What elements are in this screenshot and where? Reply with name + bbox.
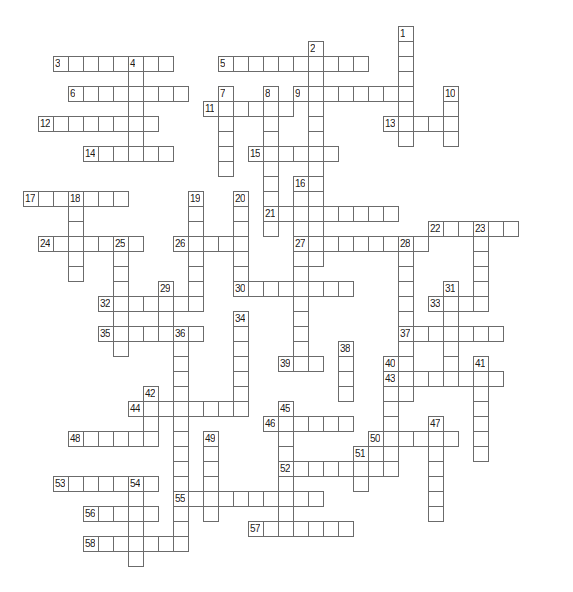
grid-cell[interactable] bbox=[398, 86, 414, 102]
grid-cell[interactable] bbox=[83, 431, 99, 447]
grid-cell[interactable] bbox=[308, 191, 324, 207]
grid-cell[interactable] bbox=[278, 206, 294, 222]
grid-cell[interactable] bbox=[128, 431, 144, 447]
grid-cell[interactable] bbox=[308, 71, 324, 87]
grid-cell[interactable] bbox=[128, 131, 144, 147]
grid-cell[interactable] bbox=[143, 536, 159, 552]
grid-cell[interactable] bbox=[308, 491, 324, 507]
grid-cell[interactable] bbox=[83, 191, 99, 207]
grid-cell[interactable] bbox=[398, 41, 414, 57]
grid-cell[interactable] bbox=[458, 296, 474, 312]
grid-cell[interactable] bbox=[113, 341, 129, 357]
grid-cell[interactable] bbox=[443, 341, 459, 357]
grid-cell[interactable] bbox=[218, 161, 234, 177]
grid-cell[interactable] bbox=[368, 461, 384, 477]
grid-cell[interactable] bbox=[473, 401, 489, 417]
grid-cell[interactable] bbox=[233, 386, 249, 402]
grid-cell[interactable] bbox=[308, 56, 324, 72]
grid-cell[interactable] bbox=[278, 416, 294, 432]
grid-cell[interactable] bbox=[113, 251, 129, 267]
grid-cell[interactable] bbox=[338, 416, 354, 432]
grid-cell[interactable] bbox=[113, 86, 129, 102]
grid-cell[interactable] bbox=[428, 116, 444, 132]
grid-cell[interactable] bbox=[113, 311, 129, 327]
grid-cell[interactable] bbox=[128, 71, 144, 87]
grid-cell[interactable] bbox=[173, 356, 189, 372]
grid-cell[interactable] bbox=[233, 206, 249, 222]
grid-cell[interactable] bbox=[173, 86, 189, 102]
grid-cell[interactable] bbox=[158, 56, 174, 72]
grid-cell[interactable] bbox=[143, 56, 159, 72]
grid-cell[interactable] bbox=[128, 536, 144, 552]
grid-cell[interactable] bbox=[368, 446, 384, 462]
grid-cell[interactable] bbox=[308, 206, 324, 222]
grid-cell[interactable] bbox=[233, 56, 249, 72]
grid-cell[interactable] bbox=[293, 416, 309, 432]
grid-cell[interactable] bbox=[443, 356, 459, 372]
grid-cell[interactable] bbox=[98, 506, 114, 522]
grid-cell[interactable] bbox=[143, 146, 159, 162]
grid-cell[interactable] bbox=[218, 146, 234, 162]
grid-cell[interactable] bbox=[308, 416, 324, 432]
grid-cell[interactable] bbox=[473, 281, 489, 297]
grid-cell[interactable] bbox=[308, 86, 324, 102]
grid-cell[interactable] bbox=[338, 281, 354, 297]
grid-cell[interactable] bbox=[188, 206, 204, 222]
grid-cell[interactable] bbox=[398, 266, 414, 282]
grid-cell[interactable] bbox=[203, 506, 219, 522]
grid-cell[interactable] bbox=[203, 401, 219, 417]
grid-cell[interactable] bbox=[413, 431, 429, 447]
grid-cell[interactable] bbox=[398, 281, 414, 297]
grid-cell[interactable] bbox=[83, 476, 99, 492]
grid-cell[interactable] bbox=[98, 431, 114, 447]
grid-cell[interactable] bbox=[248, 281, 264, 297]
grid-cell[interactable] bbox=[143, 116, 159, 132]
grid-cell[interactable] bbox=[233, 236, 249, 252]
grid-cell[interactable] bbox=[293, 251, 309, 267]
grid-cell[interactable] bbox=[173, 431, 189, 447]
grid-cell[interactable] bbox=[233, 326, 249, 342]
grid-cell[interactable] bbox=[293, 206, 309, 222]
grid-cell[interactable] bbox=[338, 386, 354, 402]
grid-cell[interactable] bbox=[68, 116, 84, 132]
grid-cell[interactable] bbox=[428, 326, 444, 342]
grid-cell[interactable] bbox=[473, 416, 489, 432]
grid-cell[interactable] bbox=[128, 296, 144, 312]
grid-cell[interactable] bbox=[38, 191, 54, 207]
grid-cell[interactable] bbox=[68, 476, 84, 492]
grid-cell[interactable] bbox=[323, 206, 339, 222]
grid-cell[interactable] bbox=[143, 296, 159, 312]
grid-cell[interactable] bbox=[113, 281, 129, 297]
grid-cell[interactable] bbox=[188, 266, 204, 282]
grid-cell[interactable] bbox=[203, 491, 219, 507]
grid-cell[interactable] bbox=[128, 506, 144, 522]
grid-cell[interactable] bbox=[293, 521, 309, 537]
grid-cell[interactable] bbox=[338, 356, 354, 372]
grid-cell[interactable] bbox=[428, 431, 444, 447]
grid-cell[interactable] bbox=[353, 476, 369, 492]
grid-cell[interactable] bbox=[473, 371, 489, 387]
grid-cell[interactable] bbox=[413, 326, 429, 342]
grid-cell[interactable] bbox=[503, 221, 519, 237]
grid-cell[interactable] bbox=[338, 86, 354, 102]
grid-cell[interactable] bbox=[398, 296, 414, 312]
grid-cell[interactable] bbox=[68, 221, 84, 237]
grid-cell[interactable] bbox=[338, 236, 354, 252]
grid-cell[interactable] bbox=[338, 521, 354, 537]
grid-cell[interactable] bbox=[188, 326, 204, 342]
grid-cell[interactable] bbox=[128, 101, 144, 117]
grid-cell[interactable] bbox=[173, 341, 189, 357]
grid-cell[interactable] bbox=[263, 101, 279, 117]
grid-cell[interactable] bbox=[308, 236, 324, 252]
grid-cell[interactable] bbox=[113, 296, 129, 312]
grid-cell[interactable] bbox=[473, 296, 489, 312]
grid-cell[interactable] bbox=[173, 446, 189, 462]
grid-cell[interactable] bbox=[233, 371, 249, 387]
grid-cell[interactable] bbox=[473, 326, 489, 342]
grid-cell[interactable] bbox=[323, 416, 339, 432]
grid-cell[interactable] bbox=[263, 146, 279, 162]
grid-cell[interactable] bbox=[473, 251, 489, 267]
grid-cell[interactable] bbox=[338, 206, 354, 222]
grid-cell[interactable] bbox=[98, 86, 114, 102]
grid-cell[interactable] bbox=[353, 236, 369, 252]
grid-cell[interactable] bbox=[443, 311, 459, 327]
grid-cell[interactable] bbox=[398, 341, 414, 357]
grid-cell[interactable] bbox=[218, 491, 234, 507]
grid-cell[interactable] bbox=[188, 236, 204, 252]
grid-cell[interactable] bbox=[323, 281, 339, 297]
grid-cell[interactable] bbox=[398, 116, 414, 132]
grid-cell[interactable] bbox=[473, 431, 489, 447]
grid-cell[interactable] bbox=[143, 476, 159, 492]
grid-cell[interactable] bbox=[473, 386, 489, 402]
grid-cell[interactable] bbox=[443, 326, 459, 342]
grid-cell[interactable] bbox=[308, 521, 324, 537]
grid-cell[interactable] bbox=[443, 371, 459, 387]
grid-cell[interactable] bbox=[53, 116, 69, 132]
grid-cell[interactable] bbox=[98, 56, 114, 72]
grid-cell[interactable] bbox=[428, 506, 444, 522]
grid-cell[interactable] bbox=[323, 521, 339, 537]
grid-cell[interactable] bbox=[308, 461, 324, 477]
grid-cell[interactable] bbox=[68, 266, 84, 282]
grid-cell[interactable] bbox=[323, 146, 339, 162]
grid-cell[interactable] bbox=[233, 101, 249, 117]
grid-cell[interactable] bbox=[398, 356, 414, 372]
grid-cell[interactable] bbox=[308, 146, 324, 162]
grid-cell[interactable] bbox=[398, 251, 414, 267]
grid-cell[interactable] bbox=[293, 326, 309, 342]
grid-cell[interactable] bbox=[188, 401, 204, 417]
grid-cell[interactable] bbox=[128, 491, 144, 507]
grid-cell[interactable] bbox=[113, 266, 129, 282]
grid-cell[interactable] bbox=[263, 191, 279, 207]
grid-cell[interactable] bbox=[383, 461, 399, 477]
grid-cell[interactable] bbox=[128, 236, 144, 252]
grid-cell[interactable] bbox=[353, 206, 369, 222]
grid-cell[interactable] bbox=[263, 491, 279, 507]
grid-cell[interactable] bbox=[278, 446, 294, 462]
grid-cell[interactable] bbox=[323, 236, 339, 252]
grid-cell[interactable] bbox=[308, 281, 324, 297]
grid-cell[interactable] bbox=[368, 86, 384, 102]
grid-cell[interactable] bbox=[218, 236, 234, 252]
grid-cell[interactable] bbox=[398, 371, 414, 387]
grid-cell[interactable] bbox=[143, 431, 159, 447]
grid-cell[interactable] bbox=[323, 86, 339, 102]
grid-cell[interactable] bbox=[173, 371, 189, 387]
grid-cell[interactable] bbox=[263, 176, 279, 192]
grid-cell[interactable] bbox=[203, 236, 219, 252]
grid-cell[interactable] bbox=[113, 116, 129, 132]
grid-cell[interactable] bbox=[278, 491, 294, 507]
grid-cell[interactable] bbox=[173, 506, 189, 522]
grid-cell[interactable] bbox=[143, 326, 159, 342]
grid-cell[interactable] bbox=[383, 236, 399, 252]
grid-cell[interactable] bbox=[158, 146, 174, 162]
grid-cell[interactable] bbox=[488, 221, 504, 237]
grid-cell[interactable] bbox=[383, 86, 399, 102]
grid-cell[interactable] bbox=[278, 506, 294, 522]
grid-cell[interactable] bbox=[278, 56, 294, 72]
grid-cell[interactable] bbox=[428, 491, 444, 507]
grid-cell[interactable] bbox=[338, 371, 354, 387]
grid-cell[interactable] bbox=[143, 86, 159, 102]
grid-cell[interactable] bbox=[203, 461, 219, 477]
grid-cell[interactable] bbox=[398, 311, 414, 327]
grid-cell[interactable] bbox=[428, 446, 444, 462]
grid-cell[interactable] bbox=[398, 431, 414, 447]
grid-cell[interactable] bbox=[473, 266, 489, 282]
grid-cell[interactable] bbox=[173, 416, 189, 432]
grid-cell[interactable] bbox=[113, 146, 129, 162]
grid-cell[interactable] bbox=[188, 491, 204, 507]
grid-cell[interactable] bbox=[83, 236, 99, 252]
grid-cell[interactable] bbox=[428, 461, 444, 477]
grid-cell[interactable] bbox=[158, 296, 174, 312]
grid-cell[interactable] bbox=[308, 356, 324, 372]
grid-cell[interactable] bbox=[413, 371, 429, 387]
grid-cell[interactable] bbox=[113, 506, 129, 522]
grid-cell[interactable] bbox=[323, 56, 339, 72]
grid-cell[interactable] bbox=[353, 56, 369, 72]
grid-cell[interactable] bbox=[278, 101, 294, 117]
grid-cell[interactable] bbox=[338, 56, 354, 72]
grid-cell[interactable] bbox=[248, 491, 264, 507]
grid-cell[interactable] bbox=[83, 116, 99, 132]
grid-cell[interactable] bbox=[98, 146, 114, 162]
grid-cell[interactable] bbox=[143, 416, 159, 432]
grid-cell[interactable] bbox=[293, 146, 309, 162]
grid-cell[interactable] bbox=[113, 56, 129, 72]
grid-cell[interactable] bbox=[128, 326, 144, 342]
grid-cell[interactable] bbox=[473, 236, 489, 252]
grid-cell[interactable] bbox=[203, 446, 219, 462]
grid-cell[interactable] bbox=[98, 536, 114, 552]
grid-cell[interactable] bbox=[158, 86, 174, 102]
grid-cell[interactable] bbox=[203, 476, 219, 492]
grid-cell[interactable] bbox=[398, 71, 414, 87]
grid-cell[interactable] bbox=[308, 176, 324, 192]
grid-cell[interactable] bbox=[368, 236, 384, 252]
grid-cell[interactable] bbox=[383, 416, 399, 432]
grid-cell[interactable] bbox=[428, 371, 444, 387]
grid-cell[interactable] bbox=[98, 476, 114, 492]
grid-cell[interactable] bbox=[323, 461, 339, 477]
grid-cell[interactable] bbox=[293, 311, 309, 327]
grid-cell[interactable] bbox=[293, 266, 309, 282]
grid-cell[interactable] bbox=[83, 56, 99, 72]
grid-cell[interactable] bbox=[308, 101, 324, 117]
grid-cell[interactable] bbox=[263, 131, 279, 147]
grid-cell[interactable] bbox=[173, 401, 189, 417]
grid-cell[interactable] bbox=[293, 491, 309, 507]
grid-cell[interactable] bbox=[173, 536, 189, 552]
grid-cell[interactable] bbox=[173, 296, 189, 312]
grid-cell[interactable] bbox=[413, 116, 429, 132]
grid-cell[interactable] bbox=[248, 56, 264, 72]
grid-cell[interactable] bbox=[218, 101, 234, 117]
grid-cell[interactable] bbox=[98, 116, 114, 132]
grid-cell[interactable] bbox=[278, 281, 294, 297]
grid-cell[interactable] bbox=[278, 146, 294, 162]
grid-cell[interactable] bbox=[263, 161, 279, 177]
grid-cell[interactable] bbox=[233, 401, 249, 417]
grid-cell[interactable] bbox=[293, 221, 309, 237]
grid-cell[interactable] bbox=[383, 386, 399, 402]
grid-cell[interactable] bbox=[488, 371, 504, 387]
grid-cell[interactable] bbox=[368, 206, 384, 222]
grid-cell[interactable] bbox=[158, 536, 174, 552]
grid-cell[interactable] bbox=[428, 476, 444, 492]
grid-cell[interactable] bbox=[263, 56, 279, 72]
grid-cell[interactable] bbox=[173, 461, 189, 477]
grid-cell[interactable] bbox=[143, 401, 159, 417]
grid-cell[interactable] bbox=[68, 236, 84, 252]
grid-cell[interactable] bbox=[263, 221, 279, 237]
grid-cell[interactable] bbox=[113, 476, 129, 492]
grid-cell[interactable] bbox=[233, 251, 249, 267]
grid-cell[interactable] bbox=[248, 101, 264, 117]
grid-cell[interactable] bbox=[128, 116, 144, 132]
grid-cell[interactable] bbox=[293, 281, 309, 297]
grid-cell[interactable] bbox=[293, 191, 309, 207]
grid-cell[interactable] bbox=[188, 281, 204, 297]
grid-cell[interactable] bbox=[398, 131, 414, 147]
grid-cell[interactable] bbox=[443, 221, 459, 237]
grid-cell[interactable] bbox=[308, 161, 324, 177]
grid-cell[interactable] bbox=[353, 86, 369, 102]
grid-cell[interactable] bbox=[158, 326, 174, 342]
grid-cell[interactable] bbox=[83, 86, 99, 102]
grid-cell[interactable] bbox=[98, 191, 114, 207]
grid-cell[interactable] bbox=[173, 476, 189, 492]
grid-cell[interactable] bbox=[263, 281, 279, 297]
grid-cell[interactable] bbox=[173, 386, 189, 402]
grid-cell[interactable] bbox=[158, 311, 174, 327]
grid-cell[interactable] bbox=[398, 386, 414, 402]
grid-cell[interactable] bbox=[263, 116, 279, 132]
grid-cell[interactable] bbox=[188, 251, 204, 267]
grid-cell[interactable] bbox=[98, 236, 114, 252]
grid-cell[interactable] bbox=[128, 86, 144, 102]
grid-cell[interactable] bbox=[278, 431, 294, 447]
grid-cell[interactable] bbox=[308, 251, 324, 267]
grid-cell[interactable] bbox=[293, 56, 309, 72]
grid-cell[interactable] bbox=[293, 461, 309, 477]
grid-cell[interactable] bbox=[398, 101, 414, 117]
grid-cell[interactable] bbox=[113, 326, 129, 342]
grid-cell[interactable] bbox=[53, 191, 69, 207]
grid-cell[interactable] bbox=[233, 266, 249, 282]
grid-cell[interactable] bbox=[308, 131, 324, 147]
grid-cell[interactable] bbox=[383, 401, 399, 417]
grid-cell[interactable] bbox=[68, 56, 84, 72]
grid-cell[interactable] bbox=[233, 356, 249, 372]
grid-cell[interactable] bbox=[113, 191, 129, 207]
grid-cell[interactable] bbox=[308, 116, 324, 132]
grid-cell[interactable] bbox=[308, 221, 324, 237]
grid-cell[interactable] bbox=[128, 146, 144, 162]
grid-cell[interactable] bbox=[458, 221, 474, 237]
grid-cell[interactable] bbox=[233, 341, 249, 357]
grid-cell[interactable] bbox=[218, 116, 234, 132]
grid-cell[interactable] bbox=[353, 461, 369, 477]
grid-cell[interactable] bbox=[443, 296, 459, 312]
grid-cell[interactable] bbox=[293, 341, 309, 357]
grid-cell[interactable] bbox=[173, 521, 189, 537]
grid-cell[interactable] bbox=[128, 521, 144, 537]
grid-cell[interactable] bbox=[218, 401, 234, 417]
grid-cell[interactable] bbox=[443, 116, 459, 132]
grid-cell[interactable] bbox=[443, 131, 459, 147]
grid-cell[interactable] bbox=[128, 551, 144, 567]
grid-cell[interactable] bbox=[233, 491, 249, 507]
grid-cell[interactable] bbox=[263, 521, 279, 537]
grid-cell[interactable] bbox=[443, 431, 459, 447]
grid-cell[interactable] bbox=[383, 206, 399, 222]
grid-cell[interactable] bbox=[473, 446, 489, 462]
grid-cell[interactable] bbox=[218, 131, 234, 147]
grid-cell[interactable] bbox=[68, 206, 84, 222]
grid-cell[interactable] bbox=[113, 431, 129, 447]
grid-cell[interactable] bbox=[293, 296, 309, 312]
grid-cell[interactable] bbox=[143, 506, 159, 522]
grid-cell[interactable] bbox=[188, 221, 204, 237]
grid-cell[interactable] bbox=[293, 356, 309, 372]
grid-cell[interactable] bbox=[338, 461, 354, 477]
grid-cell[interactable] bbox=[458, 371, 474, 387]
grid-cell[interactable] bbox=[488, 326, 504, 342]
grid-cell[interactable] bbox=[383, 446, 399, 462]
grid-cell[interactable] bbox=[68, 251, 84, 267]
grid-cell[interactable] bbox=[383, 431, 399, 447]
grid-cell[interactable] bbox=[413, 236, 429, 252]
grid-cell[interactable] bbox=[188, 296, 204, 312]
grid-cell[interactable] bbox=[53, 236, 69, 252]
grid-cell[interactable] bbox=[158, 401, 174, 417]
grid-cell[interactable] bbox=[233, 221, 249, 237]
grid-cell[interactable] bbox=[398, 56, 414, 72]
grid-cell[interactable] bbox=[278, 521, 294, 537]
grid-cell[interactable] bbox=[278, 476, 294, 492]
grid-cell[interactable] bbox=[113, 536, 129, 552]
grid-cell[interactable] bbox=[443, 101, 459, 117]
